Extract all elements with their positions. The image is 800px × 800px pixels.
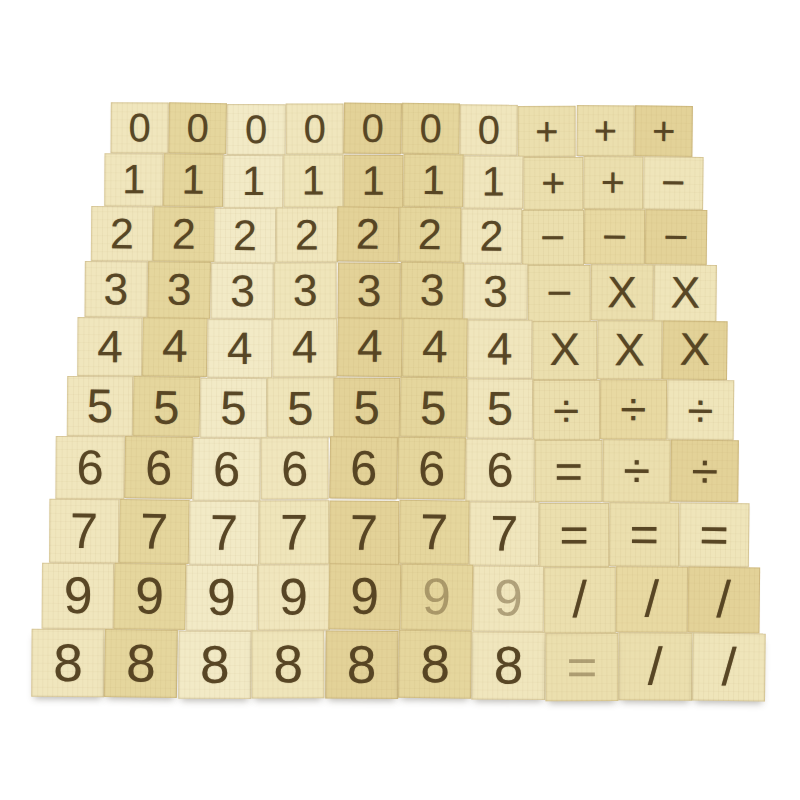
tile-minus-r2c10[interactable]: −	[643, 156, 703, 210]
tile-8-r10c6[interactable]: 8	[398, 630, 472, 699]
tile-7-r8c2[interactable]: 7	[119, 499, 190, 564]
tile-1-r2c1[interactable]: 1	[104, 153, 164, 206]
tile-4-r5c2[interactable]: 4	[142, 317, 208, 377]
tile-6-r7c6[interactable]: 6	[397, 437, 466, 500]
tile-3-r4c6[interactable]: 3	[400, 261, 464, 318]
tile-slash-r9c10[interactable]: /	[687, 566, 759, 633]
tile-divide-r6c9[interactable]: ÷	[600, 379, 667, 440]
tile-plus-r1c9[interactable]: +	[576, 105, 635, 156]
tile-7-r8c4[interactable]: 7	[259, 500, 329, 564]
tile-plus-r1c10[interactable]: +	[634, 105, 693, 157]
tile-7-r8c1[interactable]: 7	[49, 498, 119, 563]
tile-7-r8c5[interactable]: 7	[329, 500, 399, 565]
tile-2-r3c7[interactable]: 2	[460, 208, 522, 263]
tile-8-r10c4[interactable]: 8	[252, 630, 326, 698]
tile-4-r5c5[interactable]: 4	[337, 318, 403, 378]
tile-minus-r3c8[interactable]: −	[522, 210, 584, 265]
tile-2-r3c5[interactable]: 2	[337, 206, 399, 262]
tile-multiply-r5c10[interactable]: X	[662, 321, 728, 380]
tile-3-r4c5[interactable]: 3	[337, 262, 401, 319]
tile-row: 6666666=÷÷	[56, 436, 740, 503]
tile-row: 9999999///	[42, 563, 759, 633]
tile-8-r10c5[interactable]: 8	[325, 630, 399, 698]
tile-0-r1c4[interactable]: 0	[285, 103, 343, 154]
tile-equals-r8c10[interactable]: =	[679, 502, 750, 567]
tile-divide-r7c10[interactable]: ÷	[671, 440, 740, 503]
tile-3-r4c4[interactable]: 3	[274, 262, 337, 319]
tile-2-r3c4[interactable]: 2	[276, 207, 338, 262]
tile-3-r4c2[interactable]: 3	[147, 261, 211, 319]
tile-row: 5555555÷÷÷	[67, 376, 734, 441]
tile-7-r8c6[interactable]: 7	[399, 499, 470, 564]
tile-6-r7c5[interactable]: 6	[329, 437, 398, 500]
tile-5-r6c6[interactable]: 5	[400, 377, 467, 438]
tile-3-r4c7[interactable]: 3	[464, 263, 528, 320]
tile-5-r6c4[interactable]: 5	[267, 377, 334, 438]
tile-4-r5c6[interactable]: 4	[402, 318, 468, 377]
tile-5-r6c5[interactable]: 5	[333, 377, 400, 438]
tile-multiply-r5c8[interactable]: X	[532, 321, 597, 380]
tile-0-r1c5[interactable]: 0	[343, 102, 402, 154]
tile-equals-r7c8[interactable]: =	[534, 440, 602, 502]
tile-slash-r10c9[interactable]: /	[618, 632, 692, 700]
tile-5-r6c7[interactable]: 5	[466, 378, 533, 439]
tile-1-r2c2[interactable]: 1	[163, 153, 224, 207]
tile-1-r2c6[interactable]: 1	[403, 154, 464, 208]
tile-6-r7c1[interactable]: 6	[56, 436, 125, 499]
tile-7-r8c7[interactable]: 7	[469, 501, 539, 566]
tile-multiply-r5c9[interactable]: X	[597, 321, 662, 380]
tile-9-r9c4[interactable]: 9	[257, 564, 329, 630]
tile-4-r5c4[interactable]: 4	[272, 319, 337, 378]
tile-8-r10c1[interactable]: 8	[31, 629, 105, 697]
tile-4-r5c3[interactable]: 4	[207, 319, 272, 378]
tile-3-r4c3[interactable]: 3	[211, 262, 275, 319]
tile-6-r7c2[interactable]: 6	[124, 436, 193, 499]
tile-5-r6c2[interactable]: 5	[133, 376, 201, 437]
tile-0-r1c6[interactable]: 0	[401, 103, 460, 155]
tile-slash-r9c8[interactable]: /	[544, 567, 616, 633]
tile-0-r1c2[interactable]: 0	[168, 102, 227, 154]
tile-equals-r8c8[interactable]: =	[539, 503, 609, 567]
tile-8-r10c7[interactable]: 8	[472, 631, 546, 699]
tile-equals-r10c8[interactable]: =	[545, 633, 618, 701]
tile-2-r3c6[interactable]: 2	[399, 207, 461, 263]
tile-minus-r3c9[interactable]: −	[584, 209, 646, 264]
tile-9-r9c5[interactable]: 9	[329, 563, 402, 630]
tile-8-r10c2[interactable]: 8	[104, 629, 178, 698]
tile-6-r7c4[interactable]: 6	[261, 438, 329, 500]
tile-slash-r10c10[interactable]: /	[692, 633, 766, 702]
tile-9-r9c7[interactable]: 9	[472, 565, 544, 632]
tile-row: 1111111++−	[104, 153, 703, 210]
tile-minus-r3c10[interactable]: −	[645, 209, 707, 264]
tile-3-r4c1[interactable]: 3	[84, 261, 148, 318]
tile-2-r3c3[interactable]: 2	[214, 208, 276, 263]
tile-1-r2c4[interactable]: 1	[284, 154, 344, 207]
tile-row: 2222222−−−	[91, 206, 707, 265]
tile-minus-r4c8[interactable]: −	[527, 265, 590, 322]
tile-divide-r6c10[interactable]: ÷	[666, 379, 733, 440]
product-photo: 0000000+++1111111++−2222222−−−3333333−XX…	[0, 0, 800, 800]
tile-equals-r8c9[interactable]: =	[609, 502, 679, 567]
tile-7-r8c3[interactable]: 7	[189, 500, 259, 565]
tile-9-r9c3[interactable]: 9	[185, 565, 257, 632]
tile-slash-r9c9[interactable]: /	[616, 566, 688, 633]
tile-0-r1c1[interactable]: 0	[111, 102, 170, 153]
tile-9-r9c6[interactable]: 9	[400, 564, 473, 631]
tile-divide-r7c9[interactable]: ÷	[602, 440, 671, 503]
tile-row: 4444444XXX	[77, 317, 727, 380]
tile-plus-r2c9[interactable]: +	[583, 156, 643, 209]
tile-2-r3c1[interactable]: 2	[91, 206, 153, 261]
tile-5-r6c3[interactable]: 5	[200, 378, 267, 439]
tile-board: 0000000+++1111111++−2222222−−−3333333−XX…	[1, 102, 799, 702]
tile-4-r5c1[interactable]: 4	[77, 317, 142, 376]
tile-1-r2c3[interactable]: 1	[224, 155, 284, 208]
tile-row: 0000000+++	[111, 102, 693, 157]
tile-5-r6c1[interactable]: 5	[67, 376, 134, 437]
tile-1-r2c5[interactable]: 1	[343, 155, 403, 208]
tile-multiply-r4c10[interactable]: X	[653, 264, 717, 321]
tile-plus-r1c8[interactable]: +	[518, 106, 576, 157]
tile-row: 3333333−XX	[84, 261, 717, 322]
tile-8-r10c3[interactable]: 8	[178, 631, 252, 699]
tile-2-r3c2[interactable]: 2	[152, 206, 214, 262]
tile-divide-r6c8[interactable]: ÷	[533, 380, 600, 440]
tile-plus-r2c8[interactable]: +	[523, 157, 583, 210]
tile-0-r1c3[interactable]: 0	[227, 104, 286, 155]
tile-row: 7777777===	[49, 498, 750, 566]
tile-4-r5c7[interactable]: 4	[467, 320, 532, 379]
tile-0-r1c7[interactable]: 0	[460, 104, 519, 155]
tile-row: 8888888=//	[31, 629, 765, 701]
tile-9-r9c1[interactable]: 9	[42, 563, 114, 630]
tile-9-r9c2[interactable]: 9	[113, 563, 186, 630]
tile-1-r2c7[interactable]: 1	[463, 155, 523, 208]
tile-6-r7c7[interactable]: 6	[466, 439, 535, 502]
tile-multiply-r4c9[interactable]: X	[590, 264, 654, 321]
tile-6-r7c3[interactable]: 6	[192, 438, 261, 501]
